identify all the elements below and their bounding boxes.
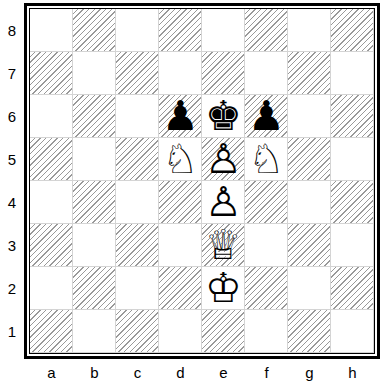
black-king-glyph: ♚ [202,95,245,138]
square-a8[interactable] [30,9,73,52]
square-d5[interactable]: ♞♘ [159,138,202,181]
square-g7[interactable] [288,52,331,95]
square-a4[interactable] [30,181,73,224]
square-c4[interactable] [116,181,159,224]
square-f6[interactable]: ♟ [245,95,288,138]
square-d7[interactable] [159,52,202,95]
square-h3[interactable] [331,224,374,267]
square-a1[interactable] [30,310,73,353]
file-label-h: h [331,364,374,381]
rank-label-5: 5 [0,138,24,181]
file-label-g: g [288,364,331,381]
square-g8[interactable] [288,9,331,52]
black-king: ♚ [202,95,245,138]
square-h7[interactable] [331,52,374,95]
file-label-c: c [116,364,159,381]
black-pawn: ♟ [159,95,202,138]
square-c3[interactable] [116,224,159,267]
square-b7[interactable] [73,52,116,95]
white-knight: ♞♘ [159,138,202,181]
white-queen-outline: ♕ [202,224,245,267]
chess-diagram: 87654321 ♟♚♟♞♘♟♙♞♘♟♙♛♕♚♔ abcdefgh [0,0,384,388]
square-h6[interactable] [331,95,374,138]
file-label-a: a [30,364,73,381]
square-b4[interactable] [73,181,116,224]
square-b8[interactable] [73,9,116,52]
square-f4[interactable] [245,181,288,224]
square-a7[interactable] [30,52,73,95]
rank-label-1: 1 [0,310,24,353]
white-knight-outline: ♘ [245,138,288,181]
white-pawn: ♟♙ [202,138,245,181]
square-b5[interactable] [73,138,116,181]
square-f8[interactable] [245,9,288,52]
square-h8[interactable] [331,9,374,52]
black-pawn-glyph: ♟ [159,95,202,138]
square-b2[interactable] [73,267,116,310]
square-g6[interactable] [288,95,331,138]
white-pawn: ♟♙ [202,181,245,224]
square-f2[interactable] [245,267,288,310]
square-c7[interactable] [116,52,159,95]
rank-label-3: 3 [0,224,24,267]
square-e2[interactable]: ♚♔ [202,267,245,310]
white-knight-outline: ♘ [159,138,202,181]
square-d1[interactable] [159,310,202,353]
square-d8[interactable] [159,9,202,52]
board-frame: ♟♚♟♞♘♟♙♞♘♟♙♛♕♚♔ [24,3,380,359]
square-b3[interactable] [73,224,116,267]
square-c1[interactable] [116,310,159,353]
file-label-d: d [159,364,202,381]
square-g3[interactable] [288,224,331,267]
square-g2[interactable] [288,267,331,310]
chess-board: ♟♚♟♞♘♟♙♞♘♟♙♛♕♚♔ [30,9,374,353]
white-pawn-outline: ♙ [202,138,245,181]
square-d4[interactable] [159,181,202,224]
square-a3[interactable] [30,224,73,267]
square-e1[interactable] [202,310,245,353]
rank-label-8: 8 [0,9,24,52]
rank-label-4: 4 [0,181,24,224]
square-f5[interactable]: ♞♘ [245,138,288,181]
file-label-f: f [245,364,288,381]
square-b6[interactable] [73,95,116,138]
square-e3[interactable]: ♛♕ [202,224,245,267]
square-d6[interactable]: ♟ [159,95,202,138]
square-c6[interactable] [116,95,159,138]
rank-label-7: 7 [0,52,24,95]
square-b1[interactable] [73,310,116,353]
white-knight: ♞♘ [245,138,288,181]
rank-label-6: 6 [0,95,24,138]
square-a6[interactable] [30,95,73,138]
file-label-e: e [202,364,245,381]
square-e5[interactable]: ♟♙ [202,138,245,181]
square-a2[interactable] [30,267,73,310]
file-labels: abcdefgh [24,364,380,381]
square-e4[interactable]: ♟♙ [202,181,245,224]
square-e6[interactable]: ♚ [202,95,245,138]
square-c5[interactable] [116,138,159,181]
black-pawn: ♟ [245,95,288,138]
square-e7[interactable] [202,52,245,95]
square-a5[interactable] [30,138,73,181]
square-h5[interactable] [331,138,374,181]
white-king: ♚♔ [202,267,245,310]
file-label-b: b [73,364,116,381]
square-g1[interactable] [288,310,331,353]
square-d3[interactable] [159,224,202,267]
square-f1[interactable] [245,310,288,353]
square-h1[interactable] [331,310,374,353]
square-f7[interactable] [245,52,288,95]
white-queen: ♛♕ [202,224,245,267]
square-c2[interactable] [116,267,159,310]
square-h2[interactable] [331,267,374,310]
rank-label-2: 2 [0,267,24,310]
square-g5[interactable] [288,138,331,181]
square-c8[interactable] [116,9,159,52]
square-e8[interactable] [202,9,245,52]
white-pawn-outline: ♙ [202,181,245,224]
square-f3[interactable] [245,224,288,267]
square-g4[interactable] [288,181,331,224]
white-king-outline: ♔ [202,267,245,310]
square-d2[interactable] [159,267,202,310]
rank-labels: 87654321 [0,0,24,381]
square-h4[interactable] [331,181,374,224]
black-pawn-glyph: ♟ [245,95,288,138]
